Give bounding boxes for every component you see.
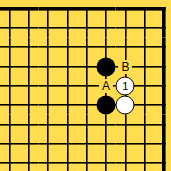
intersection-r4-c9 bbox=[154, 57, 171, 76]
intersection-r7-c2 bbox=[19, 115, 38, 134]
intersection-r2-c7 bbox=[116, 18, 135, 37]
intersection-r4-c5 bbox=[77, 57, 96, 76]
intersection-r3-c6 bbox=[96, 38, 115, 57]
intersection-r2-c4 bbox=[58, 18, 77, 37]
intersection-r5-c1 bbox=[0, 76, 19, 95]
intersection-r6-c3 bbox=[39, 95, 58, 114]
intersection-r1-c5 bbox=[77, 0, 96, 18]
intersection-r9-c2 bbox=[19, 153, 38, 171]
intersection-r6-c4 bbox=[58, 95, 77, 114]
intersection-r6-c9 bbox=[154, 95, 171, 114]
intersection-r5-c2 bbox=[19, 76, 38, 95]
intersection-r7-c6 bbox=[96, 115, 115, 134]
intersection-r7-c5 bbox=[77, 115, 96, 134]
intersection-r9-c6 bbox=[96, 153, 115, 171]
intersection-r4-c4 bbox=[58, 57, 77, 76]
intersection-r1-c3 bbox=[39, 0, 58, 18]
label-A: A bbox=[99, 79, 113, 93]
intersection-r8-c2 bbox=[19, 134, 38, 153]
intersection-r9-c5 bbox=[77, 153, 96, 171]
intersection-r5-c8 bbox=[135, 76, 154, 95]
intersection-r4-c3 bbox=[39, 57, 58, 76]
intersection-r3-c4 bbox=[58, 38, 77, 57]
intersection-r5-c9 bbox=[154, 76, 171, 95]
intersection-r8-c5 bbox=[77, 134, 96, 153]
intersection-r2-c6 bbox=[96, 18, 115, 37]
intersection-r2-c3 bbox=[39, 18, 58, 37]
intersection-r5-c5 bbox=[77, 76, 96, 95]
intersection-r5-c4 bbox=[58, 76, 77, 95]
intersection-r1-c4 bbox=[58, 0, 77, 18]
intersection-r7-c7 bbox=[116, 115, 135, 134]
intersection-r6-c8 bbox=[135, 95, 154, 114]
intersection-r3-c9 bbox=[154, 38, 171, 57]
intersection-r3-c5 bbox=[77, 38, 96, 57]
intersection-r8-c9 bbox=[154, 134, 171, 153]
intersection-r9-c1 bbox=[0, 153, 19, 171]
intersection-r9-c4 bbox=[58, 153, 77, 171]
black-stone bbox=[97, 57, 116, 76]
intersection-r9-c3 bbox=[39, 153, 58, 171]
black-stone bbox=[97, 96, 116, 115]
intersection-r4-c7: B bbox=[116, 57, 135, 76]
intersection-r1-c8 bbox=[135, 0, 154, 18]
intersection-r9-c7 bbox=[116, 153, 135, 171]
white-stone-move-1: 1 bbox=[116, 76, 135, 95]
intersection-r4-c8 bbox=[135, 57, 154, 76]
intersection-r3-c2 bbox=[19, 38, 38, 57]
intersection-r8-c1 bbox=[0, 134, 19, 153]
intersection-r3-c1 bbox=[0, 38, 19, 57]
intersection-r5-c3 bbox=[39, 76, 58, 95]
intersection-r8-c8 bbox=[135, 134, 154, 153]
intersection-r8-c3 bbox=[39, 134, 58, 153]
intersection-r6-c2 bbox=[19, 95, 38, 114]
intersection-r7-c9 bbox=[154, 115, 171, 134]
intersection-r2-c9 bbox=[154, 18, 171, 37]
go-diagram: BA1 bbox=[0, 0, 171, 171]
intersection-r2-c5 bbox=[77, 18, 96, 37]
intersection-r7-c4 bbox=[58, 115, 77, 134]
intersection-r8-c6 bbox=[96, 134, 115, 153]
intersection-r6-c7 bbox=[116, 95, 135, 114]
intersection-r8-c7 bbox=[116, 134, 135, 153]
intersection-r9-c9 bbox=[154, 153, 171, 171]
intersection-r4-c2 bbox=[19, 57, 38, 76]
intersection-r4-c1 bbox=[0, 57, 19, 76]
intersection-r2-c1 bbox=[0, 18, 19, 37]
white-stone bbox=[116, 96, 135, 115]
intersection-r3-c3 bbox=[39, 38, 58, 57]
intersection-r2-c2 bbox=[19, 18, 38, 37]
intersection-r1-c1 bbox=[0, 0, 19, 18]
intersection-r1-c7 bbox=[116, 0, 135, 18]
intersection-r3-c8 bbox=[135, 38, 154, 57]
intersection-r7-c8 bbox=[135, 115, 154, 134]
label-B: B bbox=[118, 60, 132, 74]
intersection-r7-c3 bbox=[39, 115, 58, 134]
intersection-r6-c1 bbox=[0, 95, 19, 114]
intersection-r8-c4 bbox=[58, 134, 77, 153]
intersection-r4-c6 bbox=[96, 57, 115, 76]
intersection-r6-c6 bbox=[96, 95, 115, 114]
intersection-r1-c2 bbox=[19, 0, 38, 18]
intersection-r3-c7 bbox=[116, 38, 135, 57]
intersection-r7-c1 bbox=[0, 115, 19, 134]
intersection-r2-c8 bbox=[135, 18, 154, 37]
go-board: BA1 bbox=[0, 0, 171, 171]
intersection-r5-c6: A bbox=[96, 76, 115, 95]
intersection-r6-c5 bbox=[77, 95, 96, 114]
intersection-r9-c8 bbox=[135, 153, 154, 171]
intersection-r1-c6 bbox=[96, 0, 115, 18]
intersection-r5-c7: 1 bbox=[116, 76, 135, 95]
intersection-r1-c9 bbox=[154, 0, 171, 18]
